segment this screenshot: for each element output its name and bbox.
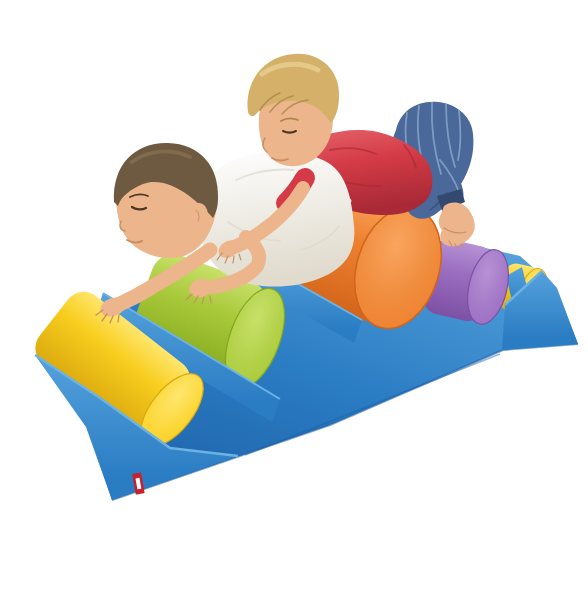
soft-play-scene xyxy=(0,0,588,600)
photo-canvas xyxy=(0,0,588,600)
